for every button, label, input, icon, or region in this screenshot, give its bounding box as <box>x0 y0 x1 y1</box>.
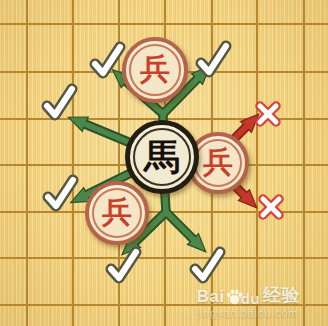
watermark-brand-du: du <box>241 290 260 307</box>
check-icon <box>195 252 220 278</box>
move-markers <box>47 46 279 278</box>
cross-icon <box>260 106 276 122</box>
cross-icon <box>263 199 279 215</box>
markers-layer <box>0 0 328 326</box>
watermark: Bai du 经验 jingyan.baidu.com <box>197 283 300 319</box>
check-icon <box>47 89 72 115</box>
xiangqi-horse-move-diagram: 兵兵兵馬 Bai du 经验 jingyan.baidu.com <box>0 0 328 326</box>
check-icon <box>111 252 136 278</box>
watermark-url: jingyan.baidu.com <box>197 307 300 319</box>
watermark-brand: Bai du 经验 <box>197 283 300 307</box>
check-icon <box>48 180 73 206</box>
watermark-brand-bai: Bai <box>197 287 225 307</box>
paw-icon <box>226 289 243 310</box>
check-icon <box>95 47 120 73</box>
watermark-brand-cjk: 经验 <box>263 283 300 307</box>
check-icon <box>201 46 226 72</box>
